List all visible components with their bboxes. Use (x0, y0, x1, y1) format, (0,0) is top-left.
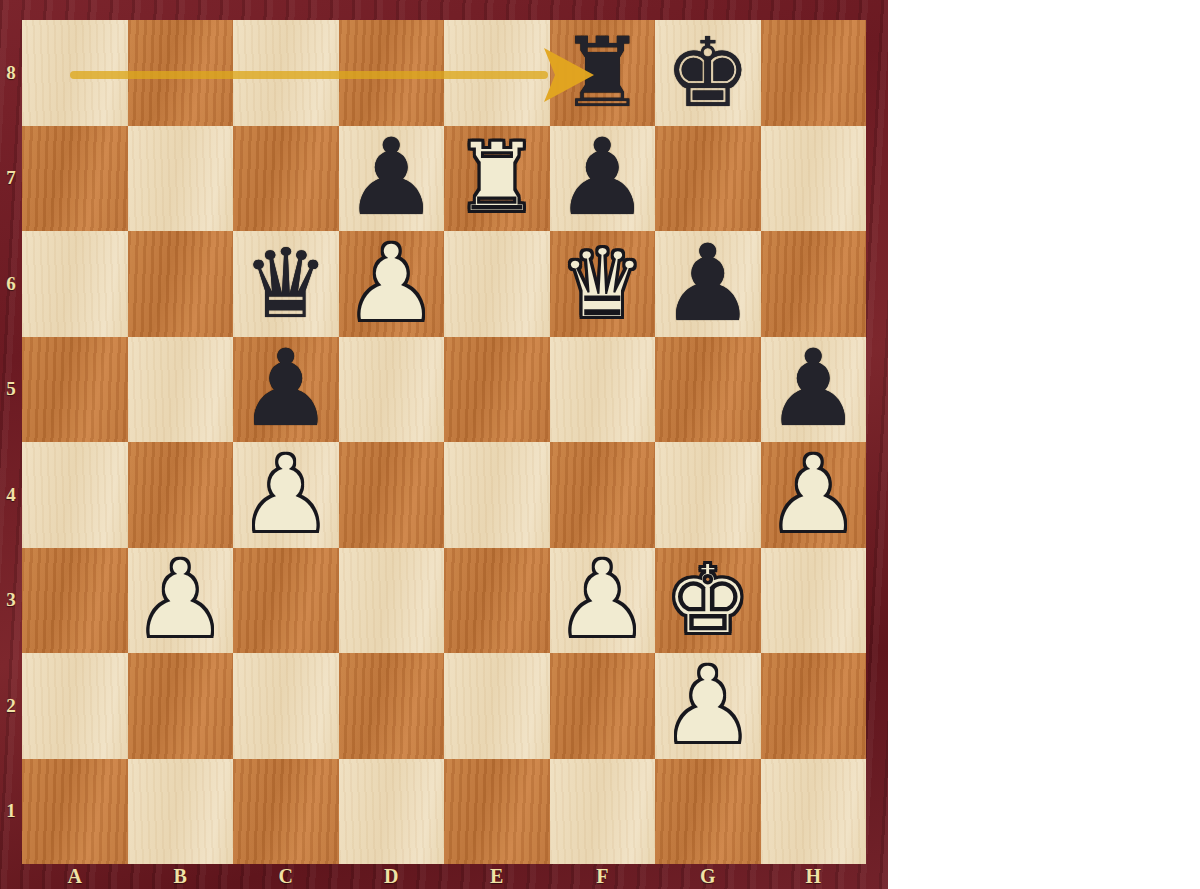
square-d2[interactable] (339, 653, 445, 759)
square-d4[interactable] (339, 442, 445, 548)
square-c1[interactable] (233, 759, 339, 865)
square-f5[interactable] (550, 337, 656, 443)
square-f1[interactable] (550, 759, 656, 865)
black-pawn-c5[interactable]: ♟ (233, 337, 339, 443)
square-b5[interactable] (128, 337, 234, 443)
square-g8[interactable]: ♚ (655, 20, 761, 126)
black-pawn-h5[interactable]: ♟ (761, 337, 867, 443)
file-label-d: D (339, 864, 445, 889)
black-pawn-g6[interactable]: ♟ (655, 231, 761, 337)
square-e6[interactable] (444, 231, 550, 337)
square-a4[interactable] (22, 442, 128, 548)
black-king-g8[interactable]: ♚ (655, 20, 761, 126)
file-label-b: B (128, 864, 234, 889)
square-c8[interactable] (233, 20, 339, 126)
square-d6[interactable]: ♟ (339, 231, 445, 337)
square-h3[interactable] (761, 548, 867, 654)
square-e1[interactable] (444, 759, 550, 865)
file-label-g: G (655, 864, 761, 889)
square-h7[interactable] (761, 126, 867, 232)
square-d7[interactable]: ♟ (339, 126, 445, 232)
square-h4[interactable]: ♟ (761, 442, 867, 548)
black-queen-c6[interactable]: ♛ (233, 231, 339, 337)
square-a7[interactable] (22, 126, 128, 232)
white-pawn-b3[interactable]: ♟ (128, 548, 234, 654)
square-b3[interactable]: ♟ (128, 548, 234, 654)
file-label-c: C (233, 864, 339, 889)
square-c6[interactable]: ♛ (233, 231, 339, 337)
square-a3[interactable] (22, 548, 128, 654)
square-b4[interactable] (128, 442, 234, 548)
square-h8[interactable] (761, 20, 867, 126)
rank-labels: 87654321 (0, 20, 22, 864)
square-h1[interactable] (761, 759, 867, 865)
square-d1[interactable] (339, 759, 445, 865)
square-f7[interactable]: ♟ (550, 126, 656, 232)
square-f3[interactable]: ♟ (550, 548, 656, 654)
square-e4[interactable] (444, 442, 550, 548)
square-d5[interactable] (339, 337, 445, 443)
square-g5[interactable] (655, 337, 761, 443)
rank-label-1: 1 (0, 759, 22, 865)
black-pawn-d7[interactable]: ♟ (339, 126, 445, 232)
square-b6[interactable] (128, 231, 234, 337)
page: 87654321 ♜♚♟♜♟♛♟♛♟♟♟♟♟♟♟♚♟ ABCDEFGH (0, 0, 1200, 889)
rank-label-2: 2 (0, 653, 22, 759)
square-a1[interactable] (22, 759, 128, 865)
rank-label-8: 8 (0, 20, 22, 126)
square-h5[interactable]: ♟ (761, 337, 867, 443)
square-d3[interactable] (339, 548, 445, 654)
file-label-a: A (22, 864, 128, 889)
white-rook-e7[interactable]: ♜ (444, 126, 550, 232)
white-king-g3[interactable]: ♚ (655, 548, 761, 654)
square-c4[interactable]: ♟ (233, 442, 339, 548)
square-d8[interactable] (339, 20, 445, 126)
square-f6[interactable]: ♛ (550, 231, 656, 337)
square-b1[interactable] (128, 759, 234, 865)
square-h2[interactable] (761, 653, 867, 759)
square-g1[interactable] (655, 759, 761, 865)
square-g6[interactable]: ♟ (655, 231, 761, 337)
rank-label-3: 3 (0, 548, 22, 654)
square-e3[interactable] (444, 548, 550, 654)
square-e8[interactable] (444, 20, 550, 126)
black-rook-f8[interactable]: ♜ (550, 20, 656, 126)
square-h6[interactable] (761, 231, 867, 337)
white-queen-f6[interactable]: ♛ (550, 231, 656, 337)
square-f2[interactable] (550, 653, 656, 759)
square-c3[interactable] (233, 548, 339, 654)
file-labels: ABCDEFGH (22, 864, 866, 889)
white-pawn-d6[interactable]: ♟ (339, 231, 445, 337)
white-pawn-g2[interactable]: ♟ (655, 653, 761, 759)
square-e5[interactable] (444, 337, 550, 443)
square-b8[interactable] (128, 20, 234, 126)
white-pawn-c4[interactable]: ♟ (233, 442, 339, 548)
square-a5[interactable] (22, 337, 128, 443)
chess-board: ♜♚♟♜♟♛♟♛♟♟♟♟♟♟♟♚♟ (22, 20, 866, 864)
square-c2[interactable] (233, 653, 339, 759)
square-g7[interactable] (655, 126, 761, 232)
chess-board-frame: 87654321 ♜♚♟♜♟♛♟♛♟♟♟♟♟♟♟♚♟ ABCDEFGH (0, 0, 888, 889)
square-g2[interactable]: ♟ (655, 653, 761, 759)
square-a6[interactable] (22, 231, 128, 337)
square-e7[interactable]: ♜ (444, 126, 550, 232)
file-label-h: H (761, 864, 867, 889)
rank-label-7: 7 (0, 126, 22, 232)
board-wrap: ♜♚♟♜♟♛♟♛♟♟♟♟♟♟♟♚♟ (22, 20, 866, 864)
square-a2[interactable] (22, 653, 128, 759)
square-e2[interactable] (444, 653, 550, 759)
square-g4[interactable] (655, 442, 761, 548)
square-f4[interactable] (550, 442, 656, 548)
rank-label-5: 5 (0, 337, 22, 443)
white-pawn-f3[interactable]: ♟ (550, 548, 656, 654)
square-b7[interactable] (128, 126, 234, 232)
rank-label-6: 6 (0, 231, 22, 337)
white-pawn-h4[interactable]: ♟ (761, 442, 867, 548)
file-label-e: E (444, 864, 550, 889)
file-label-f: F (550, 864, 656, 889)
square-g3[interactable]: ♚ (655, 548, 761, 654)
square-b2[interactable] (128, 653, 234, 759)
square-a8[interactable] (22, 20, 128, 126)
square-c7[interactable] (233, 126, 339, 232)
black-pawn-f7[interactable]: ♟ (550, 126, 656, 232)
rank-label-4: 4 (0, 442, 22, 548)
square-c5[interactable]: ♟ (233, 337, 339, 443)
square-f8[interactable]: ♜ (550, 20, 656, 126)
